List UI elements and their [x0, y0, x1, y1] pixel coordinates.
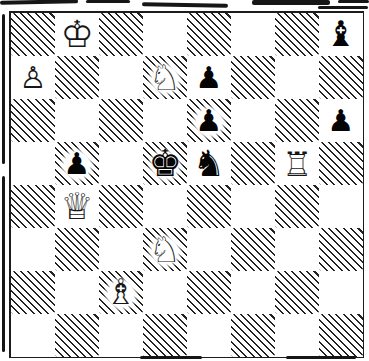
square-a8[interactable] — [11, 13, 55, 56]
square-f3[interactable] — [231, 228, 275, 271]
square-c1[interactable] — [99, 314, 143, 357]
black-pawn-b5[interactable]: ♟ — [55, 142, 99, 185]
square-b2[interactable] — [55, 271, 99, 314]
square-c2[interactable]: ♗ — [99, 271, 143, 314]
square-h5[interactable] — [319, 142, 363, 185]
square-f6[interactable] — [231, 99, 275, 142]
square-f7[interactable] — [231, 56, 275, 99]
square-c4[interactable] — [99, 185, 143, 228]
black-king-d5[interactable]: ♚ — [143, 142, 187, 185]
white-pawn-a7[interactable]: ♙ — [11, 56, 55, 99]
print-smudge — [86, 0, 130, 3]
square-b8[interactable]: ♔ — [55, 13, 99, 56]
square-a4[interactable] — [11, 185, 55, 228]
square-b4[interactable]: ♕ — [55, 185, 99, 228]
square-e6[interactable]: ♟ — [187, 99, 231, 142]
square-h6[interactable]: ♟ — [319, 99, 363, 142]
square-f2[interactable] — [231, 271, 275, 314]
square-c6[interactable] — [99, 99, 143, 142]
square-e3[interactable] — [187, 228, 231, 271]
square-g7[interactable] — [275, 56, 319, 99]
square-a6[interactable] — [11, 99, 55, 142]
square-a7[interactable]: ♙ — [11, 56, 55, 99]
square-e7[interactable]: ♟ — [187, 56, 231, 99]
square-h3[interactable] — [319, 228, 363, 271]
white-knight-d3[interactable]: ♘ — [143, 228, 187, 271]
white-knight-d7[interactable]: ♘ — [143, 56, 187, 99]
square-b6[interactable] — [55, 99, 99, 142]
square-g2[interactable] — [275, 271, 319, 314]
square-c3[interactable] — [99, 228, 143, 271]
square-c5[interactable] — [99, 142, 143, 185]
print-smudge — [286, 356, 356, 359]
square-h4[interactable] — [319, 185, 363, 228]
square-a3[interactable] — [11, 228, 55, 271]
print-smudge — [318, 6, 368, 9]
square-d2[interactable] — [143, 271, 187, 314]
black-pawn-h6[interactable]: ♟ — [319, 99, 363, 142]
square-g6[interactable] — [275, 99, 319, 142]
square-g5[interactable]: ♖ — [275, 142, 319, 185]
print-smudge — [2, 14, 5, 164]
square-e1[interactable] — [187, 314, 231, 357]
square-h1[interactable] — [319, 314, 363, 357]
square-b7[interactable] — [55, 56, 99, 99]
square-b1[interactable] — [55, 314, 99, 357]
square-e5[interactable]: ♞ — [187, 142, 231, 185]
square-a2[interactable] — [11, 271, 55, 314]
square-d5[interactable]: ♚ — [143, 142, 187, 185]
square-f5[interactable] — [231, 142, 275, 185]
square-a5[interactable] — [11, 142, 55, 185]
square-e8[interactable] — [187, 13, 231, 56]
square-d4[interactable] — [143, 185, 187, 228]
square-f4[interactable] — [231, 185, 275, 228]
square-g4[interactable] — [275, 185, 319, 228]
square-d6[interactable] — [143, 99, 187, 142]
white-king-b8[interactable]: ♔ — [55, 13, 99, 56]
square-e4[interactable] — [187, 185, 231, 228]
square-g1[interactable] — [275, 314, 319, 357]
white-bishop-c2[interactable]: ♗ — [99, 271, 143, 314]
square-c7[interactable] — [99, 56, 143, 99]
square-d1[interactable] — [143, 314, 187, 357]
square-d7[interactable]: ♘ — [143, 56, 187, 99]
square-g8[interactable] — [275, 13, 319, 56]
print-smudge — [142, 2, 228, 8]
square-b3[interactable] — [55, 228, 99, 271]
print-smudge — [0, 0, 78, 5]
square-e2[interactable] — [187, 271, 231, 314]
square-b5[interactable]: ♟ — [55, 142, 99, 185]
black-knight-e5[interactable]: ♞ — [187, 142, 231, 185]
square-g3[interactable] — [275, 228, 319, 271]
square-f1[interactable] — [231, 314, 275, 357]
print-smudge — [252, 0, 330, 5]
white-queen-b4[interactable]: ♕ — [55, 185, 99, 228]
black-bishop-h8[interactable]: ♝ — [319, 13, 363, 56]
print-smudge — [338, 0, 369, 3]
square-f8[interactable] — [231, 13, 275, 56]
square-h7[interactable] — [319, 56, 363, 99]
square-d3[interactable]: ♘ — [143, 228, 187, 271]
square-c8[interactable] — [99, 13, 143, 56]
chess-board[interactable]: ♔♝♙♘♟♟♟♟♚♞♖♕♘♗ — [9, 11, 364, 358]
square-a1[interactable] — [11, 314, 55, 357]
black-pawn-e7[interactable]: ♟ — [187, 56, 231, 99]
scanned-chess-diagram-page: ♔♝♙♘♟♟♟♟♚♞♖♕♘♗ — [0, 0, 369, 361]
print-smudge — [2, 176, 5, 352]
print-smudge — [140, 356, 202, 359]
white-rook-g5[interactable]: ♖ — [275, 142, 319, 185]
black-pawn-e6[interactable]: ♟ — [187, 99, 231, 142]
square-d8[interactable] — [143, 13, 187, 56]
square-h8[interactable]: ♝ — [319, 13, 363, 56]
square-h2[interactable] — [319, 271, 363, 314]
